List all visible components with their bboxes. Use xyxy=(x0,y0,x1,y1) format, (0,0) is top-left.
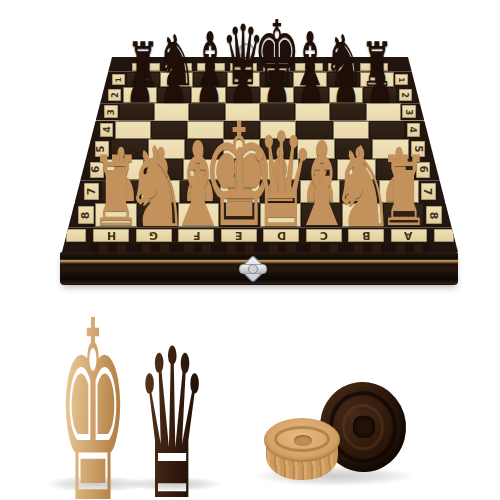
border-cell: 4 xyxy=(405,121,429,140)
dark-queen-glyph: ♛ xyxy=(136,322,207,500)
border-cell xyxy=(260,57,293,72)
square-f6 xyxy=(183,159,222,180)
border-cell: 1 xyxy=(104,72,126,87)
far-border-tile xyxy=(263,63,290,70)
border-cell: H xyxy=(90,227,133,252)
file-label: G xyxy=(149,230,158,241)
square-e4 xyxy=(224,121,260,140)
border-cell: 5 xyxy=(409,139,434,159)
corner-tile xyxy=(434,229,454,242)
rank-label-tile: 1 xyxy=(112,74,125,86)
square-b5 xyxy=(335,139,372,159)
file-label-tile: F xyxy=(178,229,214,242)
square-f8 xyxy=(178,203,219,227)
square-h3 xyxy=(119,103,154,120)
rank-label-tile: 8 xyxy=(78,206,94,225)
square-f1 xyxy=(193,72,226,87)
border-mosaic-rim xyxy=(133,244,175,252)
rank-label: 4 xyxy=(409,127,418,133)
square-g2 xyxy=(157,87,191,103)
square-h4 xyxy=(115,121,151,140)
rank-label: 2 xyxy=(111,92,119,98)
square-c4 xyxy=(296,121,332,140)
far-border-tile xyxy=(197,63,224,70)
border-cell xyxy=(293,57,326,72)
square-d6 xyxy=(260,159,299,180)
square-a1 xyxy=(360,72,393,87)
border-cell xyxy=(195,57,228,72)
rank-label: 6 xyxy=(92,166,103,173)
hanging-ring xyxy=(238,43,255,60)
file-label: B xyxy=(362,230,370,241)
border-cell xyxy=(358,57,391,72)
border-cell xyxy=(325,57,358,72)
square-f5 xyxy=(185,139,222,159)
border-cell: 6 xyxy=(414,159,439,180)
border-mosaic-rim xyxy=(260,244,302,252)
square-h5 xyxy=(111,139,148,159)
square-c5 xyxy=(297,139,334,159)
border-cell: B xyxy=(345,227,387,252)
square-e3 xyxy=(225,103,260,120)
far-border-tile xyxy=(360,63,387,70)
square-g8 xyxy=(137,203,178,227)
square-a4 xyxy=(369,121,405,140)
border-cell: E xyxy=(218,227,261,252)
border-cell: 2 xyxy=(397,87,420,103)
square-g1 xyxy=(160,72,193,87)
square-d1 xyxy=(260,72,293,87)
rank-label-tile: 7 xyxy=(421,183,436,200)
square-h1 xyxy=(126,72,159,87)
square-c3 xyxy=(295,103,330,120)
clasp-center xyxy=(248,264,258,274)
square-e8 xyxy=(219,203,260,227)
border-cell: C xyxy=(302,227,344,252)
square-h6 xyxy=(106,159,145,180)
far-border-tile xyxy=(230,63,257,70)
rank-label: 7 xyxy=(423,188,434,196)
rank-label: 5 xyxy=(97,146,107,153)
board-rank-row: 22 xyxy=(100,87,420,103)
rank-label-tile: 3 xyxy=(402,105,416,118)
border-cell: 7 xyxy=(419,180,445,203)
border-cell xyxy=(130,57,163,72)
square-a2 xyxy=(363,87,397,103)
file-label-tile: A xyxy=(391,229,427,242)
far-border-tile xyxy=(295,63,322,70)
square-g4 xyxy=(151,121,187,140)
square-f3 xyxy=(189,103,224,120)
square-d7 xyxy=(260,180,300,203)
square-d8 xyxy=(260,203,301,227)
rank-label-tile: 7 xyxy=(84,183,99,200)
border-mosaic-rim xyxy=(218,244,261,252)
chess-set-product-photo: 1122334455667788HGFEDCBA ♜♞♝♛♚♝♞♜♟♟♟♟♟♟♟… xyxy=(0,0,500,500)
square-b1 xyxy=(327,72,360,87)
square-a8 xyxy=(383,203,424,227)
border-cell: 8 xyxy=(424,203,451,227)
border-mosaic-rim xyxy=(90,244,133,252)
corner-tile xyxy=(66,229,86,242)
border-row-near: HGFEDCBA xyxy=(62,227,458,252)
border-row-far xyxy=(108,57,412,72)
square-a6 xyxy=(376,159,415,180)
file-label-tile: E xyxy=(221,229,257,242)
square-g6 xyxy=(144,159,183,180)
square-b2 xyxy=(329,87,363,103)
rank-label-tile: 6 xyxy=(416,162,431,178)
rank-label-tile: 5 xyxy=(411,141,425,156)
far-border-tile xyxy=(132,63,159,70)
rank-label-tile: 5 xyxy=(95,141,109,156)
border-cell: 4 xyxy=(91,121,115,140)
file-label: A xyxy=(404,230,413,241)
rank-label: 4 xyxy=(102,127,111,133)
square-h8 xyxy=(95,203,136,227)
light-checker-center xyxy=(294,435,312,446)
rank-label-tile: 1 xyxy=(395,74,408,86)
square-d5 xyxy=(260,139,297,159)
square-a5 xyxy=(372,139,409,159)
square-b8 xyxy=(342,203,383,227)
rank-label: 2 xyxy=(401,92,409,98)
square-e2 xyxy=(226,87,260,103)
square-b7 xyxy=(340,180,380,203)
rank-label-tile: 2 xyxy=(108,89,121,101)
border-cell xyxy=(430,227,458,252)
square-h2 xyxy=(123,87,157,103)
border-cell: 2 xyxy=(100,87,123,103)
square-c7 xyxy=(300,180,340,203)
square-f7 xyxy=(180,180,220,203)
border-cell: 3 xyxy=(96,103,119,120)
square-c1 xyxy=(293,72,326,87)
file-label-tile: H xyxy=(93,229,129,242)
border-cell: A xyxy=(387,227,430,252)
rank-label: 3 xyxy=(106,109,115,115)
square-g5 xyxy=(148,139,185,159)
border-cell xyxy=(62,227,90,252)
border-cell: 6 xyxy=(80,159,105,180)
border-mosaic-rim xyxy=(302,244,344,252)
border-cell: G xyxy=(133,227,175,252)
metal-clasp xyxy=(239,255,265,281)
border-mosaic-rim xyxy=(387,244,430,252)
border-cell: 7 xyxy=(75,180,101,203)
square-f2 xyxy=(191,87,225,103)
square-b4 xyxy=(333,121,369,140)
square-c8 xyxy=(301,203,342,227)
board-rank-row: 88 xyxy=(68,203,451,227)
rank-label: 1 xyxy=(115,77,123,82)
border-mosaic-rim xyxy=(175,244,217,252)
file-label: D xyxy=(277,230,286,241)
closeup-dark-queen: ♛ xyxy=(134,329,210,488)
closeup-light-checker xyxy=(264,418,340,482)
square-c2 xyxy=(294,87,328,103)
rank-label-tile: 6 xyxy=(90,162,105,178)
square-b6 xyxy=(337,159,376,180)
square-a3 xyxy=(366,103,401,120)
board-rank-row: 44 xyxy=(91,121,429,140)
border-mosaic-rim xyxy=(345,244,387,252)
file-label-tile: C xyxy=(306,229,342,242)
border-cell: 3 xyxy=(401,103,424,120)
dark-checker-center xyxy=(353,416,376,439)
light-checker-top xyxy=(264,418,340,462)
border-cell xyxy=(390,57,412,72)
board-rank-row: 11 xyxy=(104,72,415,87)
square-g7 xyxy=(141,180,181,203)
file-label-tile: G xyxy=(136,229,172,242)
rank-label: 8 xyxy=(428,211,439,219)
rank-label-tile: 2 xyxy=(399,89,412,101)
file-label-tile: D xyxy=(263,229,299,242)
rank-label: 1 xyxy=(398,77,406,82)
square-d2 xyxy=(260,87,294,103)
light-king-glyph: ♚ xyxy=(58,288,128,500)
square-e5 xyxy=(223,139,260,159)
file-label-tile: B xyxy=(348,229,384,242)
rank-label-tile: 4 xyxy=(407,123,421,137)
square-c6 xyxy=(299,159,338,180)
square-e6 xyxy=(221,159,260,180)
square-h7 xyxy=(101,180,141,203)
square-e7 xyxy=(220,180,260,203)
rank-label: 5 xyxy=(413,146,423,153)
closeup-light-king: ♚ xyxy=(56,295,130,488)
square-d3 xyxy=(260,103,295,120)
board-rank-row: 33 xyxy=(96,103,425,120)
border-cell: D xyxy=(260,227,302,252)
file-label: E xyxy=(235,230,243,241)
square-g3 xyxy=(154,103,189,120)
rank-label-tile: 8 xyxy=(426,206,442,225)
border-cell: 1 xyxy=(394,72,416,87)
rank-label: 8 xyxy=(80,211,91,219)
far-border-tile xyxy=(165,63,192,70)
rank-label-tile: 4 xyxy=(100,123,114,137)
border-cell: F xyxy=(175,227,217,252)
border-cell xyxy=(108,57,130,72)
rank-label: 3 xyxy=(405,109,414,115)
board-rank-row: 77 xyxy=(75,180,446,203)
border-cell xyxy=(162,57,195,72)
file-label: F xyxy=(193,230,201,241)
board-rank-row: 55 xyxy=(86,139,434,159)
square-a7 xyxy=(379,180,419,203)
board-rank-row: 66 xyxy=(80,159,439,180)
rank-label: 7 xyxy=(86,188,97,196)
rank-label-tile: 3 xyxy=(104,105,117,118)
file-label: H xyxy=(107,230,116,241)
border-cell: 8 xyxy=(68,203,95,227)
file-label: C xyxy=(320,230,328,241)
square-d4 xyxy=(260,121,296,140)
border-cell: 5 xyxy=(86,139,111,159)
far-border-tile xyxy=(328,63,355,70)
square-b3 xyxy=(330,103,365,120)
square-f4 xyxy=(187,121,223,140)
square-e1 xyxy=(227,72,260,87)
rank-label: 6 xyxy=(418,166,429,173)
